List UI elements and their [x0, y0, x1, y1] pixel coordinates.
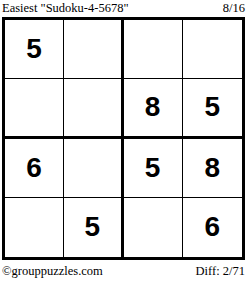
sudoku-grid: 58565856: [2, 17, 245, 260]
cell-r2c3: 8: [124, 79, 183, 138]
cell-r2c4: 5: [183, 79, 242, 138]
cell-r1c1: 5: [5, 20, 64, 79]
cell-r3c2[interactable]: [64, 139, 123, 198]
cell-r3c3: 5: [124, 139, 183, 198]
cell-r1c2[interactable]: [64, 20, 123, 79]
cell-r3c1: 6: [5, 139, 64, 198]
cell-r4c3[interactable]: [124, 198, 183, 257]
cell-r4c2: 5: [64, 198, 123, 257]
cell-r1c3[interactable]: [124, 20, 183, 79]
cell-r4c4: 6: [183, 198, 242, 257]
copyright-text: ©grouppuzzles.com: [2, 264, 103, 279]
puzzle-page: Easiest "Sudoku-4-5678" 8/16 58565856 ©g…: [0, 0, 247, 282]
puzzle-title: Easiest "Sudoku-4-5678": [2, 1, 129, 16]
cell-r2c2[interactable]: [64, 79, 123, 138]
difficulty-text: Diff: 2/71: [196, 264, 245, 279]
cell-r2c1[interactable]: [5, 79, 64, 138]
givens-count: 8/16: [223, 1, 245, 16]
cell-r4c1[interactable]: [5, 198, 64, 257]
cell-r3c4: 8: [183, 139, 242, 198]
footer: ©grouppuzzles.com Diff: 2/71: [2, 264, 245, 280]
header: Easiest "Sudoku-4-5678" 8/16: [2, 0, 245, 16]
cell-r1c4[interactable]: [183, 20, 242, 79]
